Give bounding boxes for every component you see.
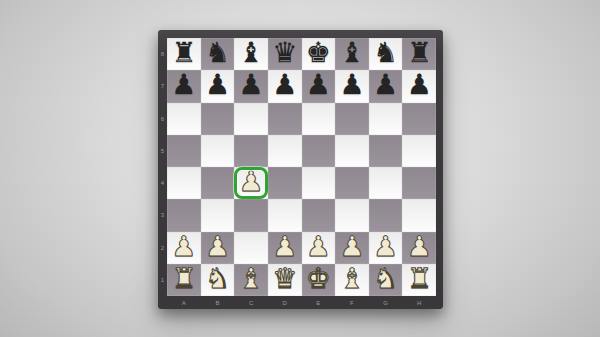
white-knight[interactable]: ♞ — [205, 265, 230, 293]
rank-labels: 87654321 — [158, 38, 167, 296]
square-d4[interactable] — [268, 167, 302, 199]
square-b8[interactable]: ♞ — [201, 38, 235, 70]
square-c1[interactable]: ♝ — [234, 264, 268, 296]
black-pawn[interactable]: ♟ — [239, 71, 264, 99]
square-f8[interactable]: ♝ — [335, 38, 369, 70]
square-e7[interactable]: ♟ — [302, 70, 336, 102]
black-bishop[interactable]: ♝ — [339, 39, 364, 67]
black-knight[interactable]: ♞ — [373, 39, 398, 67]
square-c4[interactable]: ♟ — [234, 167, 268, 199]
file-label-b: B — [201, 296, 235, 309]
white-queen[interactable]: ♛ — [272, 265, 297, 293]
square-a6[interactable] — [167, 103, 201, 135]
square-b5[interactable] — [201, 135, 235, 167]
file-labels: ABCDEFGH — [167, 296, 436, 309]
chess-board: 87654321 ♜♞♝♛♚♝♞♜♟♟♟♟♟♟♟♟♟♟♟♟♟♟♟♟♜♞♝♛♚♝♞… — [158, 30, 443, 309]
white-bishop[interactable]: ♝ — [339, 265, 364, 293]
white-pawn[interactable]: ♟ — [373, 233, 398, 261]
square-d1[interactable]: ♛ — [268, 264, 302, 296]
square-f3[interactable] — [335, 199, 369, 231]
square-d6[interactable] — [268, 103, 302, 135]
black-pawn[interactable]: ♟ — [171, 71, 196, 99]
white-pawn[interactable]: ♟ — [272, 233, 297, 261]
square-e8[interactable]: ♚ — [302, 38, 336, 70]
square-d5[interactable] — [268, 135, 302, 167]
white-knight[interactable]: ♞ — [373, 265, 398, 293]
square-a4[interactable] — [167, 167, 201, 199]
file-label-h: H — [402, 296, 436, 309]
white-king[interactable]: ♚ — [306, 265, 331, 293]
square-e4[interactable] — [302, 167, 336, 199]
black-bishop[interactable]: ♝ — [239, 39, 264, 67]
square-a7[interactable]: ♟ — [167, 70, 201, 102]
square-a3[interactable] — [167, 199, 201, 231]
board-grid: ♜♞♝♛♚♝♞♜♟♟♟♟♟♟♟♟♟♟♟♟♟♟♟♟♜♞♝♛♚♝♞♜ — [167, 38, 436, 296]
square-f5[interactable] — [335, 135, 369, 167]
square-e2[interactable]: ♟ — [302, 232, 336, 264]
black-pawn[interactable]: ♟ — [339, 71, 364, 99]
square-e3[interactable] — [302, 199, 336, 231]
square-b6[interactable] — [201, 103, 235, 135]
square-e5[interactable] — [302, 135, 336, 167]
square-h7[interactable]: ♟ — [402, 70, 436, 102]
square-b2[interactable]: ♟ — [201, 232, 235, 264]
white-pawn[interactable]: ♟ — [339, 233, 364, 261]
square-h2[interactable]: ♟ — [402, 232, 436, 264]
black-king[interactable]: ♚ — [306, 39, 331, 67]
square-b7[interactable]: ♟ — [201, 70, 235, 102]
square-h3[interactable] — [402, 199, 436, 231]
square-g3[interactable] — [369, 199, 403, 231]
black-pawn[interactable]: ♟ — [407, 71, 432, 99]
white-pawn[interactable]: ♟ — [205, 233, 230, 261]
square-f2[interactable]: ♟ — [335, 232, 369, 264]
square-a8[interactable]: ♜ — [167, 38, 201, 70]
white-pawn[interactable]: ♟ — [171, 233, 196, 261]
chess-app-background: { "game": "chess", "position": { "fen": … — [0, 0, 600, 337]
square-a5[interactable] — [167, 135, 201, 167]
square-g6[interactable] — [369, 103, 403, 135]
black-queen[interactable]: ♛ — [272, 39, 297, 67]
black-pawn[interactable]: ♟ — [306, 71, 331, 99]
black-rook[interactable]: ♜ — [171, 39, 196, 67]
white-pawn[interactable]: ♟ — [239, 168, 264, 196]
square-c3[interactable] — [234, 199, 268, 231]
rank-label-1: 1 — [158, 264, 167, 296]
square-h5[interactable] — [402, 135, 436, 167]
file-label-c: C — [234, 296, 268, 309]
square-g5[interactable] — [369, 135, 403, 167]
square-h8[interactable]: ♜ — [402, 38, 436, 70]
rank-label-6: 6 — [158, 103, 167, 135]
square-f4[interactable] — [335, 167, 369, 199]
square-b4[interactable] — [201, 167, 235, 199]
white-bishop[interactable]: ♝ — [239, 265, 264, 293]
square-a2[interactable]: ♟ — [167, 232, 201, 264]
square-d8[interactable]: ♛ — [268, 38, 302, 70]
black-pawn[interactable]: ♟ — [373, 71, 398, 99]
square-d7[interactable]: ♟ — [268, 70, 302, 102]
square-h6[interactable] — [402, 103, 436, 135]
white-rook[interactable]: ♜ — [407, 265, 432, 293]
black-knight[interactable]: ♞ — [205, 39, 230, 67]
white-rook[interactable]: ♜ — [171, 265, 196, 293]
square-d2[interactable]: ♟ — [268, 232, 302, 264]
square-e6[interactable] — [302, 103, 336, 135]
square-e1[interactable]: ♚ — [302, 264, 336, 296]
rank-label-2: 2 — [158, 232, 167, 264]
square-b1[interactable]: ♞ — [201, 264, 235, 296]
black-pawn[interactable]: ♟ — [205, 71, 230, 99]
square-c2[interactable] — [234, 232, 268, 264]
file-label-a: A — [167, 296, 201, 309]
square-a1[interactable]: ♜ — [167, 264, 201, 296]
file-label-d: D — [268, 296, 302, 309]
square-c6[interactable] — [234, 103, 268, 135]
white-pawn[interactable]: ♟ — [306, 233, 331, 261]
square-f7[interactable]: ♟ — [335, 70, 369, 102]
square-b3[interactable] — [201, 199, 235, 231]
rank-label-8: 8 — [158, 38, 167, 70]
square-c8[interactable]: ♝ — [234, 38, 268, 70]
square-g8[interactable]: ♞ — [369, 38, 403, 70]
square-g1[interactable]: ♞ — [369, 264, 403, 296]
file-label-g: G — [369, 296, 403, 309]
rank-label-5: 5 — [158, 135, 167, 167]
square-d3[interactable] — [268, 199, 302, 231]
square-h1[interactable]: ♜ — [402, 264, 436, 296]
square-h4[interactable] — [402, 167, 436, 199]
file-label-e: E — [302, 296, 336, 309]
square-g2[interactable]: ♟ — [369, 232, 403, 264]
square-f1[interactable]: ♝ — [335, 264, 369, 296]
rank-label-4: 4 — [158, 167, 167, 199]
rank-label-7: 7 — [158, 70, 167, 102]
square-c5[interactable] — [234, 135, 268, 167]
square-c7[interactable]: ♟ — [234, 70, 268, 102]
file-label-f: F — [335, 296, 369, 309]
black-rook[interactable]: ♜ — [407, 39, 432, 67]
square-g7[interactable]: ♟ — [369, 70, 403, 102]
black-pawn[interactable]: ♟ — [272, 71, 297, 99]
square-f6[interactable] — [335, 103, 369, 135]
square-g4[interactable] — [369, 167, 403, 199]
rank-label-3: 3 — [158, 199, 167, 231]
white-pawn[interactable]: ♟ — [407, 233, 432, 261]
